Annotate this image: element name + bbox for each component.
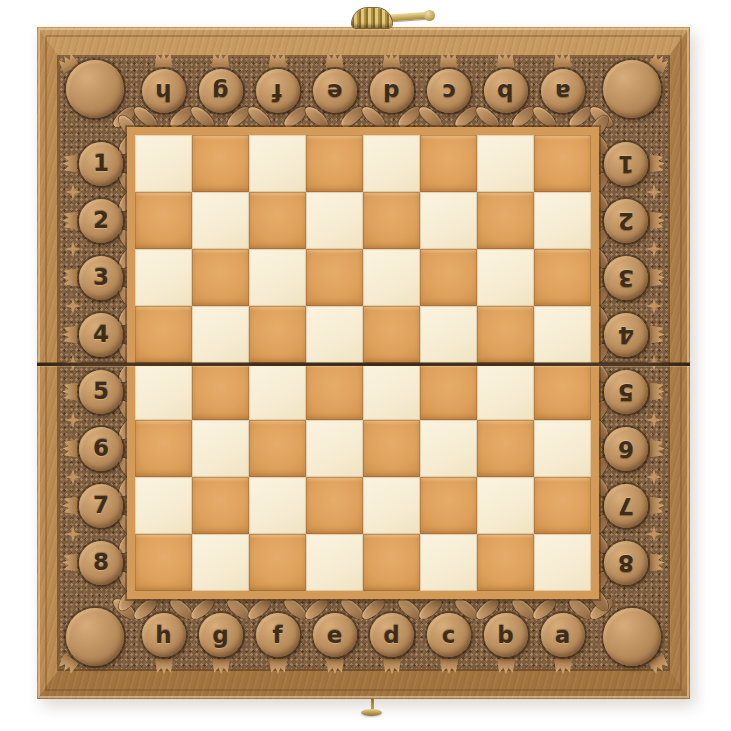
star-flower-right	[646, 469, 663, 486]
file-label-bottom-d: d	[383, 624, 399, 647]
square-a6[interactable]	[534, 420, 591, 477]
pomegranate-crown-bottom	[212, 659, 230, 674]
star-flower-right	[646, 526, 663, 543]
square-e7[interactable]	[306, 477, 363, 534]
square-h4[interactable]	[135, 306, 192, 363]
square-f2[interactable]	[249, 192, 306, 249]
file-pomegranate-bottom-b: b	[484, 613, 528, 657]
brass-clasp-knob[interactable]	[424, 10, 435, 21]
file-pomegranate-top-e: e	[313, 69, 357, 113]
pomegranate-crown-top	[155, 53, 173, 68]
square-h1[interactable]	[135, 135, 192, 192]
square-b7[interactable]	[477, 477, 534, 534]
pomegranate-crown-top	[383, 53, 401, 68]
square-g2[interactable]	[192, 192, 249, 249]
square-c2[interactable]	[420, 192, 477, 249]
square-b5[interactable]	[477, 363, 534, 420]
square-g1[interactable]	[192, 135, 249, 192]
square-f7[interactable]	[249, 477, 306, 534]
star-flower-right	[646, 298, 663, 315]
rank-pomegranate-right-4: 4	[604, 313, 648, 357]
product-photo-stage: hgfedcbahgfedcba1234567812345678	[0, 0, 731, 731]
pomegranate-crown-right	[650, 212, 665, 230]
file-label-top-g: g	[212, 80, 228, 103]
square-d6[interactable]	[363, 420, 420, 477]
star-flower-left	[65, 184, 82, 201]
square-c1[interactable]	[420, 135, 477, 192]
file-pomegranate-top-b: b	[484, 69, 528, 113]
file-label-top-d: d	[383, 80, 399, 103]
square-c8[interactable]	[420, 534, 477, 591]
square-b3[interactable]	[477, 249, 534, 306]
file-pomegranate-bottom-a: a	[541, 613, 585, 657]
corner-pomegranate-bottom-right	[603, 608, 661, 666]
square-a7[interactable]	[534, 477, 591, 534]
square-e3[interactable]	[306, 249, 363, 306]
pomegranate-crown-bottom	[554, 659, 572, 674]
pomegranate-crown-left	[63, 326, 78, 344]
pomegranate-crown-top	[269, 53, 287, 68]
star-flower-right	[646, 412, 663, 429]
brass-clasp-latch[interactable]	[352, 8, 392, 28]
file-label-top-h: h	[155, 80, 171, 103]
file-label-bottom-g: g	[212, 624, 228, 647]
square-f5[interactable]	[249, 363, 306, 420]
pomegranate-crown-right	[650, 269, 665, 287]
file-pomegranate-bottom-g: g	[199, 613, 243, 657]
pomegranate-crown-right	[650, 326, 665, 344]
rank-pomegranate-left-6: 6	[79, 427, 123, 471]
rank-pomegranate-right-2: 2	[604, 199, 648, 243]
pomegranate-crown-top	[554, 53, 572, 68]
rank-pomegranate-left-3: 3	[79, 256, 123, 300]
pomegranate-crown-right	[650, 383, 665, 401]
square-e5[interactable]	[306, 363, 363, 420]
rank-label-right-6: 6	[618, 437, 634, 460]
file-pomegranate-top-c: c	[427, 69, 471, 113]
square-e4[interactable]	[306, 306, 363, 363]
square-c3[interactable]	[420, 249, 477, 306]
rank-label-right-1: 1	[618, 152, 634, 175]
rank-pomegranate-right-8: 8	[604, 541, 648, 585]
rank-label-left-1: 1	[93, 152, 109, 175]
pomegranate-crown-left	[63, 383, 78, 401]
square-d8[interactable]	[363, 534, 420, 591]
file-pomegranate-bottom-e: e	[313, 613, 357, 657]
pomegranate-crown-bottom	[269, 659, 287, 674]
rank-label-left-8: 8	[93, 551, 109, 574]
file-pomegranate-top-a: a	[541, 69, 585, 113]
square-d5[interactable]	[363, 363, 420, 420]
rank-label-left-7: 7	[93, 494, 109, 517]
star-flower-left	[65, 412, 82, 429]
pomegranate-crown-bottom	[497, 659, 515, 674]
rank-pomegranate-left-8: 8	[79, 541, 123, 585]
file-label-top-b: b	[497, 80, 513, 103]
square-g8[interactable]	[192, 534, 249, 591]
rank-label-left-3: 3	[93, 266, 109, 289]
pomegranate-crown-top	[440, 53, 458, 68]
rank-pomegranate-right-6: 6	[604, 427, 648, 471]
pomegranate-crown-right	[650, 497, 665, 515]
brass-pin-head	[361, 709, 382, 716]
square-h7[interactable]	[135, 477, 192, 534]
rank-label-left-6: 6	[93, 437, 109, 460]
file-label-bottom-f: f	[272, 624, 282, 647]
rank-pomegranate-left-2: 2	[79, 199, 123, 243]
pomegranate-crown-top	[497, 53, 515, 68]
square-e6[interactable]	[306, 420, 363, 477]
square-b1[interactable]	[477, 135, 534, 192]
square-d2[interactable]	[363, 192, 420, 249]
pomegranate-crown-right	[650, 554, 665, 572]
rank-label-left-5: 5	[93, 380, 109, 403]
star-flower-left	[65, 469, 82, 486]
chess-box: hgfedcbahgfedcba1234567812345678	[37, 27, 690, 699]
pomegranate-crown-right	[650, 440, 665, 458]
square-d4[interactable]	[363, 306, 420, 363]
square-g5[interactable]	[192, 363, 249, 420]
star-flower-left	[65, 526, 82, 543]
star-flower-right	[646, 184, 663, 201]
file-label-top-e: e	[327, 80, 343, 103]
square-a1[interactable]	[534, 135, 591, 192]
file-label-bottom-b: b	[497, 624, 513, 647]
rank-label-right-2: 2	[618, 209, 634, 232]
corner-pomegranate-top-left	[66, 60, 124, 118]
pomegranate-crown-bottom	[383, 659, 401, 674]
pomegranate-crown-bottom	[326, 659, 344, 674]
pomegranate-crown-left	[63, 440, 78, 458]
square-e2[interactable]	[306, 192, 363, 249]
rank-pomegranate-left-5: 5	[79, 370, 123, 414]
square-h6[interactable]	[135, 420, 192, 477]
file-pomegranate-bottom-d: d	[370, 613, 414, 657]
square-e8[interactable]	[306, 534, 363, 591]
corner-pomegranate-bottom-left	[66, 608, 124, 666]
square-f8[interactable]	[249, 534, 306, 591]
star-flower-right	[646, 241, 663, 258]
square-g6[interactable]	[192, 420, 249, 477]
pomegranate-crown-top	[212, 53, 230, 68]
square-g7[interactable]	[192, 477, 249, 534]
file-label-bottom-c: c	[442, 624, 456, 647]
star-flower-left	[65, 241, 82, 258]
pomegranate-crown-bottom	[440, 659, 458, 674]
square-h8[interactable]	[135, 534, 192, 591]
file-pomegranate-top-d: d	[370, 69, 414, 113]
square-a4[interactable]	[534, 306, 591, 363]
rank-pomegranate-right-5: 5	[604, 370, 648, 414]
square-h5[interactable]	[135, 363, 192, 420]
square-b4[interactable]	[477, 306, 534, 363]
fold-hinge-line	[37, 363, 690, 366]
star-flower-left	[65, 298, 82, 315]
file-pomegranate-top-h: h	[142, 69, 186, 113]
pomegranate-crown-left	[63, 269, 78, 287]
pomegranate-crown-bottom	[155, 659, 173, 674]
square-g3[interactable]	[192, 249, 249, 306]
file-label-top-c: c	[442, 80, 456, 103]
rank-pomegranate-left-4: 4	[79, 313, 123, 357]
rank-pomegranate-left-7: 7	[79, 484, 123, 528]
square-b2[interactable]	[477, 192, 534, 249]
rank-pomegranate-right-3: 3	[604, 256, 648, 300]
rank-pomegranate-right-7: 7	[604, 484, 648, 528]
square-f3[interactable]	[249, 249, 306, 306]
rank-label-right-7: 7	[618, 494, 634, 517]
file-label-bottom-e: e	[327, 624, 343, 647]
square-f1[interactable]	[249, 135, 306, 192]
pomegranate-crown-top	[326, 53, 344, 68]
pomegranate-crown-left	[63, 155, 78, 173]
square-c6[interactable]	[420, 420, 477, 477]
rank-label-right-3: 3	[618, 266, 634, 289]
square-b8[interactable]	[477, 534, 534, 591]
square-g4[interactable]	[192, 306, 249, 363]
file-label-top-a: a	[555, 80, 571, 103]
rank-label-right-4: 4	[618, 323, 634, 346]
file-pomegranate-top-g: g	[199, 69, 243, 113]
square-a5[interactable]	[534, 363, 591, 420]
rank-label-right-8: 8	[618, 551, 634, 574]
file-pomegranate-bottom-f: f	[256, 613, 300, 657]
square-f6[interactable]	[249, 420, 306, 477]
file-label-top-f: f	[272, 80, 282, 103]
pomegranate-crown-left	[63, 497, 78, 515]
square-a2[interactable]	[534, 192, 591, 249]
square-d3[interactable]	[363, 249, 420, 306]
rank-label-right-5: 5	[618, 380, 634, 403]
square-c4[interactable]	[420, 306, 477, 363]
pomegranate-crown-right	[650, 155, 665, 173]
square-a8[interactable]	[534, 534, 591, 591]
square-f4[interactable]	[249, 306, 306, 363]
rank-label-left-4: 4	[93, 323, 109, 346]
rank-label-left-2: 2	[93, 209, 109, 232]
square-h2[interactable]	[135, 192, 192, 249]
corner-pomegranate-top-right	[603, 60, 661, 118]
rank-pomegranate-right-1: 1	[604, 142, 648, 186]
square-d7[interactable]	[363, 477, 420, 534]
pomegranate-crown-left	[63, 554, 78, 572]
square-a3[interactable]	[534, 249, 591, 306]
file-pomegranate-bottom-h: h	[142, 613, 186, 657]
square-h3[interactable]	[135, 249, 192, 306]
square-c7[interactable]	[420, 477, 477, 534]
rank-pomegranate-left-1: 1	[79, 142, 123, 186]
square-d1[interactable]	[363, 135, 420, 192]
file-label-bottom-h: h	[155, 624, 171, 647]
file-pomegranate-top-f: f	[256, 69, 300, 113]
file-label-bottom-a: a	[555, 624, 571, 647]
file-pomegranate-bottom-c: c	[427, 613, 471, 657]
square-b6[interactable]	[477, 420, 534, 477]
square-e1[interactable]	[306, 135, 363, 192]
square-c5[interactable]	[420, 363, 477, 420]
pomegranate-crown-left	[63, 212, 78, 230]
